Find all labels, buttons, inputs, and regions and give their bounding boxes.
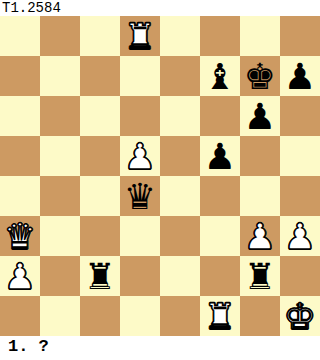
square-b6[interactable] <box>40 96 80 136</box>
square-h5[interactable] <box>280 136 320 176</box>
square-b5[interactable] <box>40 136 80 176</box>
black-bishop-piece[interactable]: ♝ <box>204 56 236 97</box>
square-h4[interactable] <box>280 176 320 216</box>
square-c2[interactable]: ♜ <box>80 256 120 296</box>
square-f7[interactable]: ♝ <box>200 56 240 96</box>
square-a7[interactable] <box>0 56 40 96</box>
square-e8[interactable] <box>160 16 200 56</box>
square-d6[interactable] <box>120 96 160 136</box>
square-c8[interactable] <box>80 16 120 56</box>
square-d5[interactable]: ♟ <box>120 136 160 176</box>
black-rook-piece[interactable]: ♜ <box>244 256 276 297</box>
square-c7[interactable] <box>80 56 120 96</box>
square-b1[interactable] <box>40 296 80 336</box>
square-e4[interactable] <box>160 176 200 216</box>
square-f2[interactable] <box>200 256 240 296</box>
square-f5[interactable]: ♟ <box>200 136 240 176</box>
white-pawn-piece[interactable]: ♟ <box>4 256 36 297</box>
square-b4[interactable] <box>40 176 80 216</box>
white-pawn-piece[interactable]: ♟ <box>284 216 316 257</box>
black-pawn-piece[interactable]: ♟ <box>244 96 276 137</box>
square-c4[interactable] <box>80 176 120 216</box>
square-f8[interactable] <box>200 16 240 56</box>
square-d3[interactable] <box>120 216 160 256</box>
square-g1[interactable] <box>240 296 280 336</box>
move-prompt: 1. ? <box>0 336 320 360</box>
square-a3[interactable]: ♛ <box>0 216 40 256</box>
square-h7[interactable]: ♟ <box>280 56 320 96</box>
square-a5[interactable] <box>0 136 40 176</box>
square-d2[interactable] <box>120 256 160 296</box>
square-h1[interactable]: ♚ <box>280 296 320 336</box>
square-b2[interactable] <box>40 256 80 296</box>
square-h8[interactable] <box>280 16 320 56</box>
square-g5[interactable] <box>240 136 280 176</box>
square-c6[interactable] <box>80 96 120 136</box>
black-pawn-piece[interactable]: ♟ <box>284 56 316 97</box>
square-g7[interactable]: ♚ <box>240 56 280 96</box>
square-b3[interactable] <box>40 216 80 256</box>
white-pawn-piece[interactable]: ♟ <box>124 136 156 177</box>
square-e1[interactable] <box>160 296 200 336</box>
black-queen-piece[interactable]: ♛ <box>124 176 156 217</box>
black-king-piece[interactable]: ♚ <box>244 56 276 97</box>
square-e7[interactable] <box>160 56 200 96</box>
square-b8[interactable] <box>40 16 80 56</box>
square-d4[interactable]: ♛ <box>120 176 160 216</box>
square-d1[interactable] <box>120 296 160 336</box>
square-g6[interactable]: ♟ <box>240 96 280 136</box>
chess-board: ♜♝♚♟♟♟♟♛♛♟♟♟♜♜♜♚ <box>0 16 320 336</box>
white-rook-piece[interactable]: ♜ <box>204 296 236 337</box>
puzzle-title: T1.2584 <box>0 0 320 16</box>
square-g3[interactable]: ♟ <box>240 216 280 256</box>
square-c1[interactable] <box>80 296 120 336</box>
black-rook-piece[interactable]: ♜ <box>84 256 116 297</box>
square-a4[interactable] <box>0 176 40 216</box>
square-a8[interactable] <box>0 16 40 56</box>
square-c3[interactable] <box>80 216 120 256</box>
square-e5[interactable] <box>160 136 200 176</box>
black-pawn-piece[interactable]: ♟ <box>204 136 236 177</box>
square-h2[interactable] <box>280 256 320 296</box>
white-queen-piece[interactable]: ♛ <box>4 216 36 257</box>
square-g8[interactable] <box>240 16 280 56</box>
square-e2[interactable] <box>160 256 200 296</box>
square-h6[interactable] <box>280 96 320 136</box>
square-f4[interactable] <box>200 176 240 216</box>
square-a6[interactable] <box>0 96 40 136</box>
white-rook-piece[interactable]: ♜ <box>124 16 156 57</box>
square-a2[interactable]: ♟ <box>0 256 40 296</box>
square-e6[interactable] <box>160 96 200 136</box>
white-king-piece[interactable]: ♚ <box>284 296 316 337</box>
square-f3[interactable] <box>200 216 240 256</box>
square-d7[interactable] <box>120 56 160 96</box>
square-g4[interactable] <box>240 176 280 216</box>
square-f1[interactable]: ♜ <box>200 296 240 336</box>
square-e3[interactable] <box>160 216 200 256</box>
square-d8[interactable]: ♜ <box>120 16 160 56</box>
square-a1[interactable] <box>0 296 40 336</box>
square-g2[interactable]: ♜ <box>240 256 280 296</box>
white-pawn-piece[interactable]: ♟ <box>244 216 276 257</box>
square-c5[interactable] <box>80 136 120 176</box>
square-h3[interactable]: ♟ <box>280 216 320 256</box>
square-b7[interactable] <box>40 56 80 96</box>
square-f6[interactable] <box>200 96 240 136</box>
